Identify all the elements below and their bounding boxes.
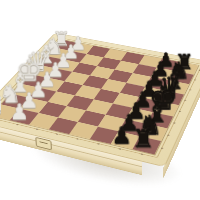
case-clasp-latch <box>35 137 52 151</box>
screw-dot <box>189 89 191 90</box>
screw-dot <box>179 111 182 113</box>
screw-dot <box>141 153 144 155</box>
screw-dot <box>97 143 100 145</box>
screw-dot <box>161 148 164 150</box>
screw-dot <box>199 70 200 71</box>
screw-dot <box>194 79 196 80</box>
screw-dot <box>56 133 59 135</box>
screw-dot <box>16 124 19 126</box>
screw-dot <box>173 122 176 124</box>
screw-dot <box>184 100 187 101</box>
screw-dot <box>76 138 79 140</box>
screw-dot <box>167 135 170 137</box>
product-photo: ♜♟♟♜♞♟♟♞♝♟♟♝♛♟♟♛♚♟♟♚♝♟♟♝♞♟♟♞♜♟♟♜ <box>0 0 200 200</box>
screw-dot <box>36 129 39 131</box>
folding-chess-case: ♜♟♟♜♞♟♟♞♝♟♟♝♛♟♟♛♚♟♟♚♝♟♟♝♞♟♟♞♜♟♟♜ <box>0 33 200 167</box>
screw-dot <box>119 148 122 150</box>
